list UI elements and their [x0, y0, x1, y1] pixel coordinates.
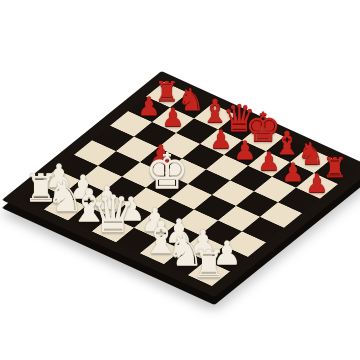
red-pawn[interactable]: ♟ [138, 94, 161, 120]
red-pawn[interactable]: ♟ [210, 127, 233, 153]
white-king[interactable]: ♚ [145, 147, 189, 196]
white-queen[interactable]: ♛ [90, 188, 136, 240]
red-pawn[interactable]: ♟ [258, 148, 281, 174]
red-pawn[interactable]: ♟ [306, 170, 329, 196]
red-pawn[interactable]: ♟ [282, 159, 305, 185]
pieces-layer: ♜♞♝♛♚♝♞♜♟♟♟♟♟♟♟♟♚♟♟♟♟♟♟♟♟♜♞♝♛♝♞♜ [0, 0, 360, 360]
red-pawn[interactable]: ♟ [162, 105, 185, 131]
white-rook[interactable]: ♜ [192, 245, 226, 283]
red-pawn[interactable]: ♟ [234, 138, 257, 164]
chess-set-photo: ♜♞♝♛♚♝♞♜♟♟♟♟♟♟♟♟♚♟♟♟♟♟♟♟♟♜♞♝♛♝♞♜ [0, 0, 360, 360]
